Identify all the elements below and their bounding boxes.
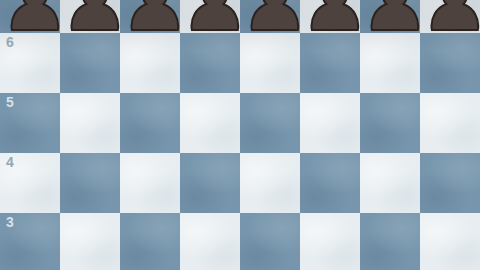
square-c7[interactable]: ♟: [120, 0, 180, 33]
square-h5[interactable]: [420, 93, 480, 153]
square-e7[interactable]: ♟: [240, 0, 300, 33]
square-d5[interactable]: [180, 93, 240, 153]
square-d7[interactable]: ♟: [180, 0, 240, 33]
square-f4[interactable]: [300, 153, 360, 213]
square-f7[interactable]: ♟: [300, 0, 360, 33]
square-g7[interactable]: ♟: [360, 0, 420, 33]
square-b7[interactable]: ♟: [60, 0, 120, 33]
square-e3[interactable]: [240, 213, 300, 270]
black-pawn[interactable]: ♟: [120, 0, 180, 33]
rank-label-6: 6: [6, 35, 14, 49]
square-f5[interactable]: [300, 93, 360, 153]
square-c4[interactable]: [120, 153, 180, 213]
square-b3[interactable]: [60, 213, 120, 270]
square-a4[interactable]: 4: [0, 153, 60, 213]
square-a5[interactable]: 5: [0, 93, 60, 153]
square-b4[interactable]: [60, 153, 120, 213]
rank-label-3: 3: [6, 215, 14, 229]
square-g3[interactable]: [360, 213, 420, 270]
square-a7[interactable]: ♟: [0, 0, 60, 33]
rank-label-5: 5: [6, 95, 14, 109]
black-pawn[interactable]: ♟: [300, 0, 360, 33]
black-pawn[interactable]: ♟: [420, 0, 480, 33]
square-g4[interactable]: [360, 153, 420, 213]
black-pawn[interactable]: ♟: [180, 0, 240, 33]
square-c3[interactable]: [120, 213, 180, 270]
board-frame: ♟♟♟♟♟♟♟♟6543: [0, 0, 480, 270]
black-pawn[interactable]: ♟: [360, 0, 420, 33]
square-g5[interactable]: [360, 93, 420, 153]
square-f3[interactable]: [300, 213, 360, 270]
square-e5[interactable]: [240, 93, 300, 153]
square-b5[interactable]: [60, 93, 120, 153]
square-h4[interactable]: [420, 153, 480, 213]
square-e4[interactable]: [240, 153, 300, 213]
square-a3[interactable]: 3: [0, 213, 60, 270]
rank-label-4: 4: [6, 155, 14, 169]
square-h7[interactable]: ♟: [420, 0, 480, 33]
square-h3[interactable]: [420, 213, 480, 270]
square-c5[interactable]: [120, 93, 180, 153]
square-d4[interactable]: [180, 153, 240, 213]
black-pawn[interactable]: ♟: [0, 0, 60, 33]
square-d3[interactable]: [180, 213, 240, 270]
black-pawn[interactable]: ♟: [240, 0, 300, 33]
black-pawn[interactable]: ♟: [60, 0, 120, 33]
chess-board: ♟♟♟♟♟♟♟♟6543: [0, 0, 480, 270]
